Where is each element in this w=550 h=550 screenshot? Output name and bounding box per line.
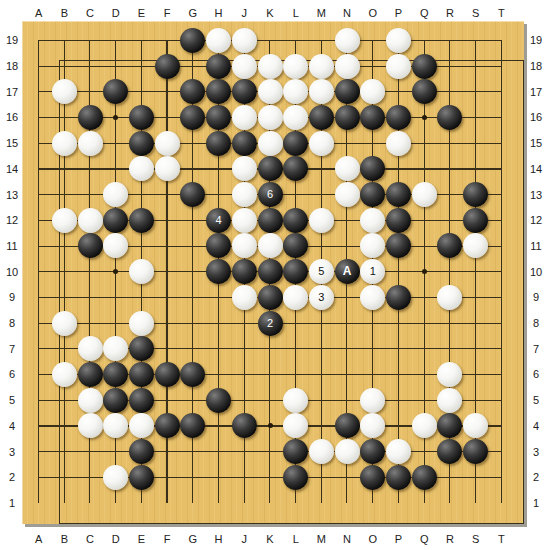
coord-left-17: 17 (2, 85, 22, 99)
star-point-K4 (268, 423, 273, 428)
white-stone-E8 (129, 311, 154, 336)
coord-bottom-P: P (389, 532, 409, 546)
white-stone-N3 (335, 439, 360, 464)
white-stone-B6 (52, 362, 77, 387)
coord-right-11: 11 (526, 239, 546, 253)
coord-top-N: N (337, 6, 357, 20)
white-stone-L18 (283, 54, 308, 79)
white-stone-B15 (52, 131, 77, 156)
coord-bottom-A: A (29, 532, 49, 546)
white-stone-N18 (335, 54, 360, 79)
black-stone-O2 (360, 465, 385, 490)
coord-top-E: E (132, 6, 152, 20)
coord-bottom-D: D (106, 532, 126, 546)
white-stone-F15 (155, 131, 180, 156)
white-stone-L16 (283, 105, 308, 130)
black-stone-K9 (258, 285, 283, 310)
black-stone-N16 (335, 105, 360, 130)
black-stone-S3 (463, 439, 488, 464)
coord-bottom-K: K (260, 532, 280, 546)
coord-left-15: 15 (2, 136, 22, 150)
coord-right-2: 2 (526, 470, 546, 484)
coord-bottom-S: S (466, 532, 486, 546)
black-stone-H18 (206, 54, 231, 79)
black-stone-J4 (232, 413, 257, 438)
white-stone-M9: 3 (309, 285, 334, 310)
black-stone-M16 (309, 105, 334, 130)
coord-left-12: 12 (2, 213, 22, 227)
coord-top-A: A (29, 6, 49, 20)
white-stone-J18 (232, 54, 257, 79)
coord-bottom-O: O (363, 532, 383, 546)
black-stone-E6 (129, 362, 154, 387)
black-stone-N10: A (335, 259, 360, 284)
coord-left-6: 6 (2, 367, 22, 381)
white-stone-B17 (52, 79, 77, 104)
white-stone-P19 (386, 28, 411, 53)
white-stone-J13 (232, 182, 257, 207)
black-stone-P13 (386, 182, 411, 207)
coord-top-O: O (363, 6, 383, 20)
coord-left-19: 19 (2, 33, 22, 47)
black-stone-K13: 6 (258, 182, 283, 207)
coord-left-8: 8 (2, 316, 22, 330)
star-point-Q16 (422, 115, 427, 120)
coord-bottom-L: L (286, 532, 306, 546)
coord-right-10: 10 (526, 265, 546, 279)
black-stone-C16 (78, 105, 103, 130)
coord-left-14: 14 (2, 162, 22, 176)
coord-right-5: 5 (526, 393, 546, 407)
coord-right-19: 19 (526, 33, 546, 47)
black-stone-L12 (283, 208, 308, 233)
white-stone-P15 (386, 131, 411, 156)
black-stone-Q17 (412, 79, 437, 104)
stone-label-O10: 1 (370, 266, 376, 277)
white-stone-C7 (78, 336, 103, 361)
black-stone-D5 (103, 388, 128, 413)
black-stone-Q2 (412, 465, 437, 490)
white-stone-Q4 (412, 413, 437, 438)
black-stone-S12 (463, 208, 488, 233)
coord-top-Q: Q (414, 6, 434, 20)
stone-label-K8: 2 (267, 318, 273, 329)
coord-top-S: S (466, 6, 486, 20)
white-stone-E10 (129, 259, 154, 284)
coord-left-2: 2 (2, 470, 22, 484)
coord-top-F: F (157, 6, 177, 20)
white-stone-N19 (335, 28, 360, 53)
black-stone-D12 (103, 208, 128, 233)
black-stone-Q18 (412, 54, 437, 79)
coord-right-7: 7 (526, 342, 546, 356)
white-stone-M3 (309, 439, 334, 464)
white-stone-O5 (360, 388, 385, 413)
white-stone-L5 (283, 388, 308, 413)
black-stone-F18 (155, 54, 180, 79)
coord-bottom-E: E (132, 532, 152, 546)
coord-top-L: L (286, 6, 306, 20)
coord-left-5: 5 (2, 393, 22, 407)
white-stone-Q13 (412, 182, 437, 207)
black-stone-J17 (232, 79, 257, 104)
coord-top-K: K (260, 6, 280, 20)
black-stone-F4 (155, 413, 180, 438)
coord-left-7: 7 (2, 342, 22, 356)
coord-bottom-R: R (440, 532, 460, 546)
coord-right-16: 16 (526, 110, 546, 124)
coord-top-T: T (491, 6, 511, 20)
white-stone-J14 (232, 156, 257, 181)
white-stone-K18 (258, 54, 283, 79)
coord-bottom-G: G (183, 532, 203, 546)
go-diagram: 645A132 AABBCCDDEEFFGGHHJJKKLLMMNNOOPPQQ… (0, 0, 550, 550)
coord-right-15: 15 (526, 136, 546, 150)
black-stone-E12 (129, 208, 154, 233)
coord-right-13: 13 (526, 188, 546, 202)
coord-bottom-C: C (80, 532, 100, 546)
coord-bottom-B: B (54, 532, 74, 546)
coord-bottom-T: T (491, 532, 511, 546)
coord-left-18: 18 (2, 59, 22, 73)
coord-bottom-N: N (337, 532, 357, 546)
black-stone-L15 (283, 131, 308, 156)
coord-top-C: C (80, 6, 100, 20)
coord-top-B: B (54, 6, 74, 20)
white-stone-J9 (232, 285, 257, 310)
stone-label-M10: 5 (318, 266, 324, 277)
black-stone-K14 (258, 156, 283, 181)
white-stone-J12 (232, 208, 257, 233)
coord-bottom-J: J (234, 532, 254, 546)
black-stone-H12: 4 (206, 208, 231, 233)
black-stone-L2 (283, 465, 308, 490)
white-stone-K16 (258, 105, 283, 130)
black-stone-N4 (335, 413, 360, 438)
black-stone-C11 (78, 233, 103, 258)
white-stone-O9 (360, 285, 385, 310)
white-stone-B12 (52, 208, 77, 233)
coord-left-3: 3 (2, 445, 22, 459)
white-stone-M17 (309, 79, 334, 104)
stone-label-N10: A (343, 266, 352, 277)
coord-top-R: R (440, 6, 460, 20)
white-stone-C12 (78, 208, 103, 233)
coord-left-11: 11 (2, 239, 22, 253)
black-stone-P9 (386, 285, 411, 310)
black-stone-E15 (129, 131, 154, 156)
black-stone-J15 (232, 131, 257, 156)
coord-top-J: J (234, 6, 254, 20)
star-point-Q10 (422, 269, 427, 274)
black-stone-E5 (129, 388, 154, 413)
white-stone-F14 (155, 156, 180, 181)
white-stone-J16 (232, 105, 257, 130)
coord-right-1: 1 (526, 496, 546, 510)
coord-left-13: 13 (2, 188, 22, 202)
stone-label-M9: 3 (318, 292, 324, 303)
white-stone-K17 (258, 79, 283, 104)
white-stone-D2 (103, 465, 128, 490)
coord-top-P: P (389, 6, 409, 20)
white-stone-P3 (386, 439, 411, 464)
black-stone-E3 (129, 439, 154, 464)
white-stone-N13 (335, 182, 360, 207)
black-stone-H16 (206, 105, 231, 130)
black-stone-P12 (386, 208, 411, 233)
white-stone-K15 (258, 131, 283, 156)
white-stone-J19 (232, 28, 257, 53)
white-stone-H19 (206, 28, 231, 53)
coord-right-4: 4 (526, 419, 546, 433)
white-stone-C4 (78, 413, 103, 438)
white-stone-C15 (78, 131, 103, 156)
coord-top-M: M (311, 6, 331, 20)
black-stone-H15 (206, 131, 231, 156)
white-stone-N14 (335, 156, 360, 181)
black-stone-P2 (386, 465, 411, 490)
coord-top-G: G (183, 6, 203, 20)
black-stone-K12 (258, 208, 283, 233)
black-stone-P16 (386, 105, 411, 130)
coord-bottom-H: H (209, 532, 229, 546)
black-stone-K10 (258, 259, 283, 284)
coord-right-6: 6 (526, 367, 546, 381)
white-stone-P18 (386, 54, 411, 79)
coord-right-3: 3 (526, 445, 546, 459)
coord-right-8: 8 (526, 316, 546, 330)
white-stone-K11 (258, 233, 283, 258)
coord-left-1: 1 (2, 496, 22, 510)
black-stone-E2 (129, 465, 154, 490)
coord-top-D: D (106, 6, 126, 20)
stone-label-K13: 6 (267, 189, 273, 200)
white-stone-M15 (309, 131, 334, 156)
coord-right-17: 17 (526, 85, 546, 99)
coord-right-12: 12 (526, 213, 546, 227)
black-stone-K8: 2 (258, 311, 283, 336)
white-stone-M10: 5 (309, 259, 334, 284)
coord-left-10: 10 (2, 265, 22, 279)
coord-bottom-M: M (311, 532, 331, 546)
white-stone-C5 (78, 388, 103, 413)
white-stone-M18 (309, 54, 334, 79)
coord-bottom-F: F (157, 532, 177, 546)
black-stone-F6 (155, 362, 180, 387)
stone-label-H12: 4 (216, 215, 222, 226)
white-stone-O12 (360, 208, 385, 233)
white-stone-B8 (52, 311, 77, 336)
coord-left-16: 16 (2, 110, 22, 124)
black-stone-N17 (335, 79, 360, 104)
black-stone-E16 (129, 105, 154, 130)
coord-right-18: 18 (526, 59, 546, 73)
white-stone-M12 (309, 208, 334, 233)
coord-left-9: 9 (2, 290, 22, 304)
black-stone-S13 (463, 182, 488, 207)
black-stone-H5 (206, 388, 231, 413)
black-stone-C6 (78, 362, 103, 387)
coord-bottom-Q: Q (414, 532, 434, 546)
coord-right-9: 9 (526, 290, 546, 304)
coord-right-14: 14 (526, 162, 546, 176)
white-stone-R5 (437, 388, 462, 413)
black-stone-J10 (232, 259, 257, 284)
coord-left-4: 4 (2, 419, 22, 433)
white-stone-L9 (283, 285, 308, 310)
coord-top-H: H (209, 6, 229, 20)
